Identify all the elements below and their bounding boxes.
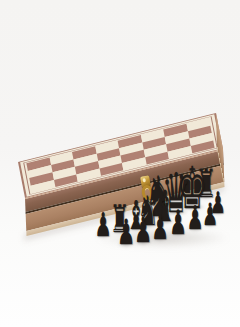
product-photo-chess-set: ♜♚♛♟♞♝♟♞♝♟♜♟♟♟♟♟	[0, 0, 240, 327]
chess-piece-pawn: ♟	[186, 201, 203, 234]
chess-piece-pawn: ♟	[134, 213, 152, 248]
chess-piece-pawn: ♟	[169, 205, 187, 239]
chess-piece-pawn: ♟	[117, 215, 135, 250]
chess-piece-pawn: ♟	[202, 199, 218, 230]
chess-piece-pawn: ♟	[94, 208, 111, 241]
chess-piece-pawn: ♟	[151, 210, 169, 244]
